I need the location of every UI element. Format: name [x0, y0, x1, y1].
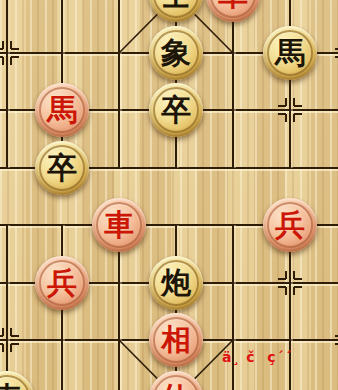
piece-black-soldier-e4[interactable]: 卒: [149, 83, 203, 137]
piece-black-horse-g3[interactable]: 馬: [263, 26, 317, 80]
piece-glyph: 兵: [47, 268, 77, 298]
piece-glyph: 士: [161, 0, 191, 10]
piece-black-cannon-e7[interactable]: 炮: [149, 256, 203, 310]
piece-red-elephant-e8[interactable]: 相: [149, 313, 203, 367]
piece-black-elephant-e3[interactable]: 象: [149, 26, 203, 80]
piece-red-horse-c4[interactable]: 馬: [35, 83, 89, 137]
piece-glyph: 相: [161, 325, 191, 355]
piece-red-soldier-c7[interactable]: 兵: [35, 256, 89, 310]
piece-glyph: 車: [104, 210, 134, 240]
piece-red-soldier-g6[interactable]: 兵: [263, 198, 317, 252]
watermark-text: ä¸ č ç´´: [222, 349, 293, 365]
piece-black-soldier-c5[interactable]: 卒: [35, 141, 89, 195]
piece-glyph: 馬: [275, 38, 305, 68]
piece-red-chariot-d6[interactable]: 車: [92, 198, 146, 252]
piece-glyph: 卒: [47, 153, 77, 183]
piece-glyph: 車: [0, 383, 22, 390]
piece-glyph: 車: [218, 0, 248, 10]
piece-glyph: 馬: [47, 95, 77, 125]
piece-glyph: 炮: [161, 268, 191, 298]
piece-glyph: 卒: [161, 95, 191, 125]
piece-glyph: 兵: [275, 210, 305, 240]
piece-glyph: 象: [161, 38, 191, 68]
piece-glyph: 仕: [161, 383, 191, 390]
xiangqi-board[interactable]: 士車象馬馬卒卒車兵兵炮相車仕 ä¸ č ç´´: [0, 0, 338, 390]
